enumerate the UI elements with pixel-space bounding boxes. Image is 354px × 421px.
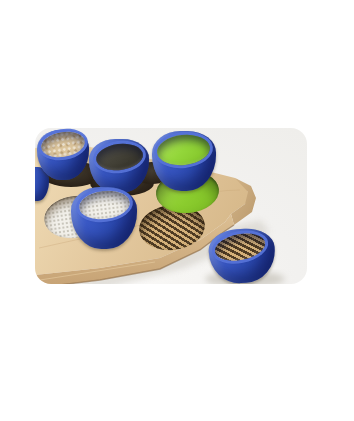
cup-burlap-offboard <box>208 227 277 284</box>
page: { "game": "Tactile texture matching boar… <box>0 0 354 421</box>
cup-white-mesh <box>71 187 137 249</box>
cup-sand <box>37 130 89 180</box>
cup-dark-sandpaper <box>89 139 149 193</box>
cup-green-felt <box>152 131 216 191</box>
product-photo <box>35 128 307 284</box>
